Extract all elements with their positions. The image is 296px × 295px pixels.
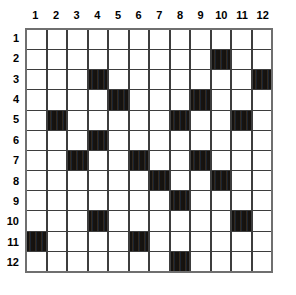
cell-r3c2[interactable]	[48, 70, 67, 89]
block-cell-r7c9	[191, 151, 210, 170]
block-cell-r9c8	[171, 191, 190, 210]
row-label-9: 9	[0, 191, 23, 211]
cell-r6c7[interactable]	[150, 131, 169, 150]
puzzle-board	[25, 28, 273, 273]
cell-r6c8[interactable]	[171, 131, 190, 150]
block-cell-r5c2	[48, 111, 67, 130]
cell-r2c7[interactable]	[150, 50, 169, 69]
cell-r11c11[interactable]	[232, 232, 251, 251]
cell-r3c10[interactable]	[212, 70, 231, 89]
cell-r3c7[interactable]	[150, 70, 169, 89]
cell-r11c10[interactable]	[212, 232, 231, 251]
cell-r6c11[interactable]	[232, 131, 251, 150]
col-label-9: 9	[190, 6, 211, 24]
cell-r3c5[interactable]	[109, 70, 128, 89]
col-label-10: 10	[211, 6, 232, 24]
cell-r6c5[interactable]	[109, 131, 128, 150]
col-label-5: 5	[108, 6, 129, 24]
cell-r12c10[interactable]	[212, 252, 231, 271]
block-cell-r3c4	[89, 70, 108, 89]
block-cell-r11c6	[130, 232, 149, 251]
cell-r8c12[interactable]	[253, 171, 272, 190]
cell-r5c10[interactable]	[212, 111, 231, 130]
cell-r3c1[interactable]	[27, 70, 46, 89]
col-label-11: 11	[232, 6, 253, 24]
cell-r1c5[interactable]	[109, 30, 128, 49]
cell-r9c7[interactable]	[150, 191, 169, 210]
cell-r1c1[interactable]	[27, 30, 46, 49]
cell-r12c11[interactable]	[232, 252, 251, 271]
cell-r12c6[interactable]	[130, 252, 149, 271]
cell-r8c3[interactable]	[68, 171, 87, 190]
cell-r12c5[interactable]	[109, 252, 128, 271]
row-label-7: 7	[0, 150, 23, 170]
cell-r6c12[interactable]	[253, 131, 272, 150]
cell-r9c4[interactable]	[89, 191, 108, 210]
cell-r2c2[interactable]	[48, 50, 67, 69]
row-label-5: 5	[0, 110, 23, 130]
cell-r11c7[interactable]	[150, 232, 169, 251]
row-label-8: 8	[0, 171, 23, 191]
cell-r5c5[interactable]	[109, 111, 128, 130]
block-cell-r12c8	[171, 252, 190, 271]
cell-r1c4[interactable]	[89, 30, 108, 49]
cell-r1c12[interactable]	[253, 30, 272, 49]
cell-r11c8[interactable]	[171, 232, 190, 251]
cell-r8c1[interactable]	[27, 171, 46, 190]
col-label-7: 7	[149, 6, 170, 24]
row-label-10: 10	[0, 212, 23, 232]
cell-r7c10[interactable]	[212, 151, 231, 170]
block-cell-r5c8	[171, 111, 190, 130]
row-label-2: 2	[0, 48, 23, 68]
cell-r9c9[interactable]	[191, 191, 210, 210]
cell-r4c7[interactable]	[150, 90, 169, 109]
block-cell-r4c9	[191, 90, 210, 109]
col-label-8: 8	[170, 6, 191, 24]
cell-r6c6[interactable]	[130, 131, 149, 150]
block-cell-r6c4	[89, 131, 108, 150]
cell-r7c1[interactable]	[27, 151, 46, 170]
cell-r7c11[interactable]	[232, 151, 251, 170]
cell-r4c4[interactable]	[89, 90, 108, 109]
cell-r12c4[interactable]	[89, 252, 108, 271]
cell-r7c4[interactable]	[89, 151, 108, 170]
cell-r1c7[interactable]	[150, 30, 169, 49]
cell-r6c9[interactable]	[191, 131, 210, 150]
cell-r12c1[interactable]	[27, 252, 46, 271]
cell-r5c7[interactable]	[150, 111, 169, 130]
cell-r9c5[interactable]	[109, 191, 128, 210]
cell-r2c1[interactable]	[27, 50, 46, 69]
cell-r1c2[interactable]	[48, 30, 67, 49]
cell-r9c12[interactable]	[253, 191, 272, 210]
cell-r4c2[interactable]	[48, 90, 67, 109]
cell-r10c12[interactable]	[253, 211, 272, 230]
cell-r1c6[interactable]	[130, 30, 149, 49]
block-cell-r10c4	[89, 211, 108, 230]
cell-r10c9[interactable]	[191, 211, 210, 230]
cell-r11c9[interactable]	[191, 232, 210, 251]
cell-r9c1[interactable]	[27, 191, 46, 210]
cell-r5c1[interactable]	[27, 111, 46, 130]
cell-r12c7[interactable]	[150, 252, 169, 271]
col-label-3: 3	[66, 6, 87, 24]
block-cell-r8c10	[212, 171, 231, 190]
cell-r2c11[interactable]	[232, 50, 251, 69]
cell-r11c2[interactable]	[48, 232, 67, 251]
cell-r7c8[interactable]	[171, 151, 190, 170]
cell-r5c12[interactable]	[253, 111, 272, 130]
cell-r11c4[interactable]	[89, 232, 108, 251]
cell-r5c6[interactable]	[130, 111, 149, 130]
cell-r5c4[interactable]	[89, 111, 108, 130]
cell-r8c4[interactable]	[89, 171, 108, 190]
cell-r8c11[interactable]	[232, 171, 251, 190]
col-label-2: 2	[46, 6, 67, 24]
cell-r10c8[interactable]	[171, 211, 190, 230]
cell-r12c9[interactable]	[191, 252, 210, 271]
cell-r9c6[interactable]	[130, 191, 149, 210]
cell-r8c6[interactable]	[130, 171, 149, 190]
cell-r4c6[interactable]	[130, 90, 149, 109]
cell-r11c3[interactable]	[68, 232, 87, 251]
cell-r2c3[interactable]	[68, 50, 87, 69]
cell-r6c3[interactable]	[68, 131, 87, 150]
column-labels: 123456789101112	[25, 6, 273, 24]
puzzle-page: 123456789101112 123456789101112	[0, 0, 296, 295]
block-cell-r4c5	[109, 90, 128, 109]
cell-r10c3[interactable]	[68, 211, 87, 230]
cell-r3c11[interactable]	[232, 70, 251, 89]
cell-r1c8[interactable]	[171, 30, 190, 49]
row-labels: 123456789101112	[0, 28, 23, 273]
block-cell-r3c12	[253, 70, 272, 89]
cell-r7c2[interactable]	[48, 151, 67, 170]
cell-r3c8[interactable]	[171, 70, 190, 89]
cell-r4c8[interactable]	[171, 90, 190, 109]
cell-r12c3[interactable]	[68, 252, 87, 271]
cell-r1c10[interactable]	[212, 30, 231, 49]
cell-r2c4[interactable]	[89, 50, 108, 69]
cell-r7c7[interactable]	[150, 151, 169, 170]
cell-r2c9[interactable]	[191, 50, 210, 69]
col-label-12: 12	[252, 6, 273, 24]
row-label-6: 6	[0, 130, 23, 150]
cell-r3c9[interactable]	[191, 70, 210, 89]
cell-r10c1[interactable]	[27, 211, 46, 230]
row-label-1: 1	[0, 28, 23, 48]
cell-r5c9[interactable]	[191, 111, 210, 130]
cell-r7c12[interactable]	[253, 151, 272, 170]
cell-r6c10[interactable]	[212, 131, 231, 150]
block-cell-r11c1	[27, 232, 46, 251]
cell-r12c2[interactable]	[48, 252, 67, 271]
block-cell-r8c7	[150, 171, 169, 190]
cell-r9c2[interactable]	[48, 191, 67, 210]
cell-r2c12[interactable]	[253, 50, 272, 69]
col-label-4: 4	[87, 6, 108, 24]
cell-r12c12[interactable]	[253, 252, 272, 271]
cell-r10c2[interactable]	[48, 211, 67, 230]
cell-r10c7[interactable]	[150, 211, 169, 230]
cell-r3c3[interactable]	[68, 70, 87, 89]
cell-r6c2[interactable]	[48, 131, 67, 150]
cell-r8c9[interactable]	[191, 171, 210, 190]
block-cell-r7c6	[130, 151, 149, 170]
cell-r11c12[interactable]	[253, 232, 272, 251]
cell-r10c6[interactable]	[130, 211, 149, 230]
cell-r9c3[interactable]	[68, 191, 87, 210]
cell-r4c11[interactable]	[232, 90, 251, 109]
block-cell-r2c10	[212, 50, 231, 69]
cell-r4c1[interactable]	[27, 90, 46, 109]
cell-r8c2[interactable]	[48, 171, 67, 190]
col-label-1: 1	[25, 6, 46, 24]
block-cell-r5c11	[232, 111, 251, 130]
cell-r1c3[interactable]	[68, 30, 87, 49]
cell-r8c8[interactable]	[171, 171, 190, 190]
cell-r1c11[interactable]	[232, 30, 251, 49]
cell-r9c11[interactable]	[232, 191, 251, 210]
cell-r5c3[interactable]	[68, 111, 87, 130]
cell-r3c6[interactable]	[130, 70, 149, 89]
cell-r10c5[interactable]	[109, 211, 128, 230]
cell-r4c10[interactable]	[212, 90, 231, 109]
row-label-11: 11	[0, 232, 23, 252]
cell-r9c10[interactable]	[212, 191, 231, 210]
cell-r6c1[interactable]	[27, 131, 46, 150]
cell-r8c5[interactable]	[109, 171, 128, 190]
block-cell-r10c11	[232, 211, 251, 230]
cell-r2c6[interactable]	[130, 50, 149, 69]
cell-r4c12[interactable]	[253, 90, 272, 109]
cell-r2c8[interactable]	[171, 50, 190, 69]
block-cell-r7c3	[68, 151, 87, 170]
cell-r7c5[interactable]	[109, 151, 128, 170]
row-label-12: 12	[0, 253, 23, 273]
row-label-4: 4	[0, 89, 23, 109]
cell-r2c5[interactable]	[109, 50, 128, 69]
row-label-3: 3	[0, 69, 23, 89]
cell-r1c9[interactable]	[191, 30, 210, 49]
col-label-6: 6	[128, 6, 149, 24]
cell-r11c5[interactable]	[109, 232, 128, 251]
cell-r4c3[interactable]	[68, 90, 87, 109]
cell-r10c10[interactable]	[212, 211, 231, 230]
